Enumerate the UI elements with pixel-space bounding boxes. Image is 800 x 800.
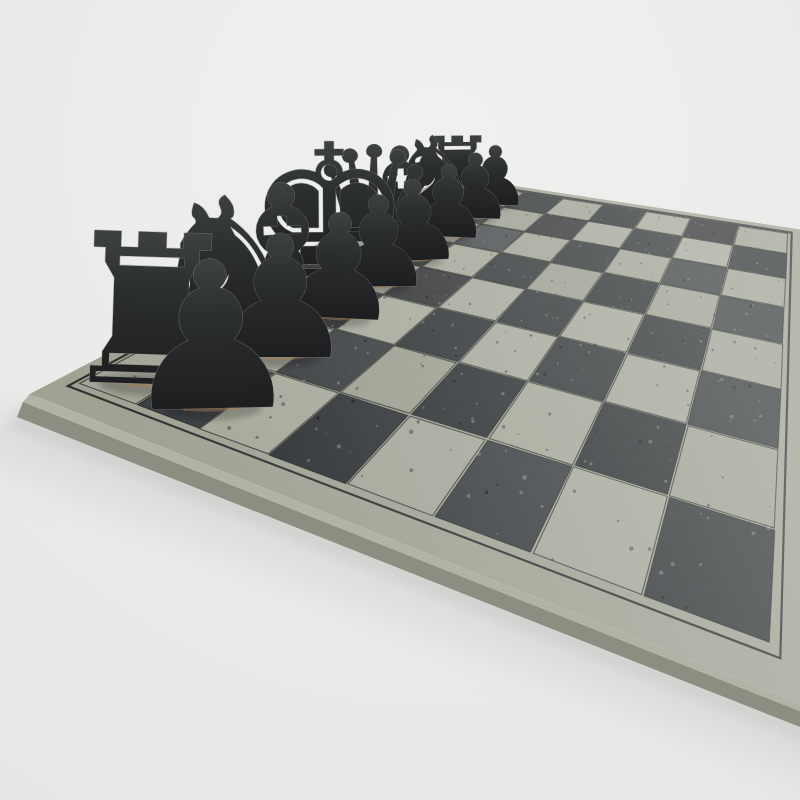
speckle [533,197,534,198]
speckle [775,467,777,469]
speckle [422,321,424,323]
pit [351,399,355,403]
speckle [539,215,540,216]
speckle [505,370,508,373]
speckle [448,303,449,304]
pit [685,607,688,610]
pit [316,416,320,420]
speckle [539,222,540,223]
pit [560,219,562,221]
pit [559,346,562,349]
speckle [579,344,582,347]
speckle [741,288,742,289]
speckle [708,337,709,338]
speckle [589,462,593,466]
speckle [666,290,668,292]
speckle [766,335,768,337]
speckle [514,350,516,352]
speckle [657,224,658,225]
speckle [732,250,734,252]
speckle [421,365,424,368]
speckle [545,314,547,316]
speckle [701,224,703,226]
speckle [754,419,756,421]
speckle [443,408,445,410]
speckle [467,494,471,498]
pit [455,355,457,357]
speckle [778,280,779,281]
pit [639,440,642,443]
speckle [573,490,576,493]
speckle [597,265,598,266]
speckle [671,562,675,566]
speckle [686,249,688,251]
speckle [657,426,660,429]
speckle [416,420,420,424]
speckle [538,234,540,236]
speckle [670,459,671,460]
speckle [545,449,548,452]
speckle [588,351,590,353]
speckle [700,296,702,298]
speckle [659,235,660,236]
speckle [711,349,714,352]
speckle [471,420,475,424]
speckle [496,341,499,344]
speckle [731,288,733,290]
speckle [502,425,506,429]
speckle [734,253,735,254]
speckle [546,229,547,230]
speckle [672,235,673,236]
speckle [594,344,596,346]
speckle [607,224,608,225]
pit [748,384,751,387]
pawn-glyph: ♟ [117,216,305,458]
pit [712,232,715,235]
speckle [413,329,414,330]
speckle [500,258,501,259]
speckle [723,321,724,322]
speckle [743,280,744,281]
speckle [651,273,652,274]
speckle [496,533,498,535]
speckle [475,403,477,405]
speckle [587,207,588,208]
speckle [569,306,570,307]
speckle [559,200,560,201]
speckle [605,391,606,392]
pit [595,431,597,433]
speckle [530,276,532,278]
speckle [549,207,550,208]
speckle [315,428,318,431]
speckle [601,240,602,241]
speckle [501,392,504,395]
speckle [519,491,523,495]
speckle [578,245,580,247]
speckle [518,433,520,435]
speckle [557,363,559,365]
speckle [477,452,481,456]
speckle [422,406,424,408]
speckle [711,435,713,437]
pit [662,596,665,599]
speckle [589,211,590,212]
speckle [695,222,696,223]
speckle [556,317,558,319]
speckle [667,362,668,363]
speckle [684,257,685,258]
speckle [589,212,591,214]
speckle [361,475,363,477]
speckle [769,309,770,310]
speckle [490,253,492,255]
speckle [555,225,556,226]
speckle [759,400,761,402]
pit [628,300,630,302]
speckle [729,420,731,422]
speckle [438,302,440,304]
speckle [648,440,652,444]
speckle [780,273,781,274]
speckle [449,304,450,305]
speckle [420,363,422,365]
speckle [451,323,453,325]
speckle [709,267,710,268]
pit [705,223,706,224]
speckle [684,342,685,343]
speckle [649,253,650,254]
speckle [782,317,783,318]
speckle [769,506,771,508]
pit [522,320,524,322]
speckle [714,228,715,229]
speckle [536,372,539,375]
speckle [445,295,446,296]
speckle [645,249,646,250]
speckle [699,563,702,566]
pit [543,373,546,376]
speckle [730,415,734,419]
speckle [505,450,507,452]
speckle [420,374,421,375]
pit [557,308,559,310]
speckle [659,570,663,574]
speckle [687,235,689,237]
pit [432,329,434,331]
pit [649,241,650,242]
speckle [727,225,728,226]
pit [598,253,599,254]
speckle [713,314,715,316]
speckle [684,217,685,218]
pit [741,261,743,263]
speckle [668,248,669,249]
speckle [458,286,459,287]
speckle [307,459,310,462]
pit [749,304,752,307]
speckle [499,435,500,436]
pit [608,273,609,274]
speckle [607,257,609,259]
speckle [600,219,601,220]
speckle [674,216,676,218]
speckle [350,451,351,452]
speckle [689,251,690,252]
speckle [540,505,543,508]
speckle [651,332,653,334]
speckle [581,245,582,246]
speckle [644,282,645,283]
speckle [706,517,709,520]
speckle [656,384,658,386]
speckle [718,270,719,271]
speckle [696,333,697,334]
speckle [580,252,581,253]
speckle [564,282,566,284]
speckle [505,332,506,333]
speckle [733,341,736,344]
speckle [552,317,553,318]
speckle [751,276,752,277]
speckle [665,441,666,442]
speckle [722,476,724,478]
pit [513,279,514,280]
speckle [628,218,629,219]
speckle [636,275,637,276]
pit [769,339,771,341]
chess-board: ♜♟♞♟♝♟♛♟♚♟♝♟♞♟♜♟ [0,0,800,800]
speckle [593,242,595,244]
pit [749,247,751,249]
speckle [615,225,616,226]
speckle [583,316,585,318]
speckle [720,378,723,381]
speckle [454,347,457,350]
speckle [621,307,622,308]
pit [658,352,660,354]
speckle [640,263,642,265]
speckle [611,240,612,241]
speckle [495,266,496,267]
speckle [687,278,689,280]
speckle [754,347,757,350]
pit [647,242,650,245]
speckle [423,355,425,357]
speckle [757,247,758,248]
speckle [522,475,527,480]
speckle [460,373,462,375]
speckle [700,513,702,515]
speckle [641,212,642,213]
speckle [652,216,653,217]
speckle [696,314,697,315]
speckle [559,259,560,260]
speckle [582,369,584,371]
pit [700,270,701,271]
piece-black-pawn-h7[interactable]: ♟ [117,216,305,458]
speckle [692,282,693,283]
pit [574,218,577,221]
photo-canvas: ♜♟♞♟♝♟♛♟♚♟♝♟♞♟♜♟ [0,0,800,800]
pit [459,422,462,425]
speckle [738,225,739,226]
speckle [560,234,561,235]
speckle [589,313,591,315]
speckle [744,231,746,233]
speckle [450,449,452,451]
speckle [730,244,732,246]
speckle [550,214,552,216]
speckle [766,526,770,530]
speckle [686,390,689,393]
speckle [630,209,631,210]
speckle [584,460,586,462]
speckle [479,274,480,275]
speckle [409,468,413,472]
speckle [373,403,375,405]
speckle [523,276,525,278]
speckle [447,349,448,350]
speckle [627,338,630,341]
speckle [745,313,747,315]
speckle [508,269,510,271]
speckle [661,354,662,355]
speckle [337,444,341,448]
speckle [529,334,532,337]
speckle [557,227,558,228]
speckle [471,417,473,419]
speckle [376,425,378,427]
speckle [565,244,567,246]
speckle [526,237,527,238]
speckle [551,238,553,240]
pit [603,217,604,218]
speckle [524,231,525,232]
pit [490,263,492,265]
speckle [409,430,413,434]
pit [497,247,498,248]
speckle [766,268,768,270]
speckle [628,306,629,307]
speckle [326,432,327,433]
speckle [663,365,666,368]
speckle [685,244,686,245]
speckle [667,303,669,305]
pit [496,483,498,485]
speckle [644,214,645,215]
speckle [674,279,675,280]
speckle [581,242,582,243]
speckle [775,362,776,363]
speckle [573,223,574,224]
speckle [751,531,755,535]
speckle [471,278,472,279]
speckle [718,380,720,382]
speckle [619,258,620,259]
speckle [756,262,758,264]
speckle [687,404,689,406]
speckle [748,260,749,261]
speckle [581,282,582,283]
speckle [648,547,652,551]
speckle [759,415,762,418]
speckle [752,304,754,306]
speckle [547,257,548,258]
speckle [551,558,554,561]
speckle [755,357,757,359]
speckle [629,546,634,551]
speckle [623,372,624,373]
speckle [574,287,575,288]
speckle [551,279,553,281]
speckle [497,316,498,317]
speckle [700,340,703,343]
speckle [658,217,660,219]
pit [485,490,489,494]
speckle [708,277,709,278]
speckle [619,296,621,298]
speckle [619,263,621,265]
pit [557,254,559,256]
pit [453,380,455,382]
speckle [451,326,452,327]
speckle [637,242,639,244]
speckle [766,244,767,245]
speckle [739,228,741,230]
speckle [621,289,622,290]
speckle [548,412,551,415]
pit [599,208,600,209]
speckle [630,299,632,301]
speckle [721,286,722,287]
speckle [548,313,549,314]
speckle [555,293,557,295]
speckle [571,200,572,201]
speckle [571,379,573,381]
speckle [536,291,538,293]
speckle [574,236,575,237]
pit [682,279,684,281]
speckle [617,520,620,523]
speckle [613,306,615,308]
speckle [734,329,736,331]
speckle [707,504,710,507]
pit [681,339,683,341]
speckle [530,215,531,216]
speckle [664,480,667,483]
speckle [469,303,471,305]
pit [733,386,736,389]
speckle [725,228,726,229]
